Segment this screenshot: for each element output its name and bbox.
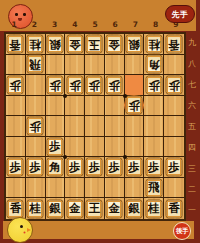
square[interactable]: 桂 bbox=[144, 198, 164, 219]
square[interactable] bbox=[65, 137, 85, 158]
file-label: 5 bbox=[85, 19, 105, 30]
file-label: 6 bbox=[105, 19, 125, 30]
square[interactable]: 歩 bbox=[85, 157, 105, 178]
square[interactable] bbox=[6, 178, 26, 199]
shogi-piece[interactable]: 角 bbox=[46, 158, 63, 177]
shogi-piece[interactable]: 金 bbox=[66, 199, 83, 218]
square[interactable] bbox=[46, 96, 66, 117]
square[interactable]: 歩 bbox=[164, 157, 184, 178]
square[interactable] bbox=[125, 116, 145, 137]
square[interactable]: 香 bbox=[164, 198, 184, 219]
square[interactable]: 歩 bbox=[65, 157, 85, 178]
shogi-piece[interactable]: 歩 bbox=[145, 75, 162, 94]
square[interactable]: 桂 bbox=[26, 198, 46, 219]
square[interactable] bbox=[65, 96, 85, 117]
rank-labels: 九八七六五四三二一 bbox=[188, 32, 200, 221]
shogi-piece[interactable]: 王 bbox=[86, 199, 103, 218]
square[interactable] bbox=[125, 75, 145, 96]
square[interactable]: 歩 bbox=[144, 75, 164, 96]
square[interactable]: 金 bbox=[65, 198, 85, 219]
shogi-piece[interactable]: 銀 bbox=[46, 34, 63, 53]
file-label: 4 bbox=[65, 19, 85, 30]
square[interactable]: 歩 bbox=[125, 96, 145, 117]
square[interactable]: 歩 bbox=[6, 75, 26, 96]
square[interactable]: 銀 bbox=[125, 34, 145, 55]
file-label: 3 bbox=[44, 19, 64, 30]
square[interactable] bbox=[65, 55, 85, 76]
shogi-piece[interactable]: 香 bbox=[166, 199, 183, 218]
square[interactable] bbox=[105, 116, 125, 137]
square[interactable] bbox=[26, 178, 46, 199]
shogi-piece[interactable]: 桂 bbox=[145, 34, 162, 53]
shogi-piece[interactable]: 歩 bbox=[27, 116, 44, 135]
square[interactable] bbox=[6, 55, 26, 76]
square[interactable] bbox=[125, 178, 145, 199]
shogi-piece[interactable]: 金 bbox=[66, 34, 83, 53]
shogi-piece[interactable]: 歩 bbox=[46, 137, 63, 156]
star-point bbox=[63, 155, 67, 159]
square[interactable]: 歩 bbox=[6, 157, 26, 178]
square[interactable] bbox=[6, 137, 26, 158]
file-label: 7 bbox=[125, 19, 145, 30]
shogi-piece[interactable]: 桂 bbox=[145, 199, 162, 218]
shogi-piece[interactable]: 歩 bbox=[86, 75, 103, 94]
rank-label: 五 bbox=[188, 116, 200, 137]
square[interactable]: 飛 bbox=[26, 55, 46, 76]
square[interactable]: 金 bbox=[105, 34, 125, 55]
square[interactable]: 銀 bbox=[125, 198, 145, 219]
square[interactable] bbox=[164, 137, 184, 158]
shogi-board[interactable]: 香桂銀金玉金銀桂香飛角歩歩歩歩歩歩歩歩歩歩歩歩角歩歩歩歩歩歩飛香桂銀金王金銀桂香 bbox=[4, 32, 186, 221]
square[interactable]: 歩 bbox=[125, 157, 145, 178]
square[interactable]: 歩 bbox=[65, 75, 85, 96]
star-point bbox=[123, 94, 127, 98]
square[interactable]: 角 bbox=[144, 55, 164, 76]
square[interactable] bbox=[105, 96, 125, 117]
square[interactable] bbox=[65, 116, 85, 137]
shogi-piece[interactable]: 飛 bbox=[27, 55, 44, 74]
square[interactable]: 桂 bbox=[26, 34, 46, 55]
shogi-piece[interactable]: 歩 bbox=[66, 158, 83, 177]
rank-label: 八 bbox=[188, 53, 200, 74]
shogi-piece[interactable]: 銀 bbox=[126, 199, 143, 218]
square[interactable] bbox=[144, 137, 164, 158]
rank-label: 四 bbox=[188, 137, 200, 158]
rank-label: 一 bbox=[188, 200, 200, 221]
square[interactable] bbox=[26, 75, 46, 96]
sente-badge: 先手 bbox=[165, 5, 195, 23]
square[interactable] bbox=[105, 178, 125, 199]
square[interactable] bbox=[85, 55, 105, 76]
rank-label: 七 bbox=[188, 74, 200, 95]
square[interactable] bbox=[125, 137, 145, 158]
square[interactable] bbox=[164, 116, 184, 137]
shogi-piece[interactable]: 歩 bbox=[166, 75, 183, 94]
square[interactable]: 歩 bbox=[46, 137, 66, 158]
shogi-piece[interactable]: 飛 bbox=[145, 178, 162, 197]
square[interactable]: 金 bbox=[105, 198, 125, 219]
shogi-piece[interactable]: 歩 bbox=[7, 75, 24, 94]
square[interactable] bbox=[65, 178, 85, 199]
square[interactable]: 歩 bbox=[105, 75, 125, 96]
shogi-piece[interactable]: 歩 bbox=[126, 158, 143, 177]
square[interactable]: 歩 bbox=[85, 75, 105, 96]
square[interactable] bbox=[85, 137, 105, 158]
square[interactable] bbox=[144, 116, 164, 137]
square[interactable] bbox=[6, 116, 26, 137]
shogi-piece[interactable]: 歩 bbox=[86, 158, 103, 177]
shogi-piece[interactable]: 香 bbox=[7, 199, 24, 218]
square[interactable] bbox=[85, 178, 105, 199]
square[interactable] bbox=[85, 116, 105, 137]
shogi-piece[interactable]: 銀 bbox=[46, 199, 63, 218]
square[interactable]: 銀 bbox=[46, 34, 66, 55]
shogi-piece[interactable]: 歩 bbox=[46, 75, 63, 94]
square[interactable] bbox=[26, 137, 46, 158]
star-point bbox=[123, 155, 127, 159]
shogi-piece[interactable]: 歩 bbox=[66, 75, 83, 94]
star-point bbox=[63, 94, 67, 98]
shogi-piece[interactable]: 歩 bbox=[126, 96, 143, 115]
square[interactable] bbox=[85, 96, 105, 117]
shogi-piece[interactable]: 桂 bbox=[27, 34, 44, 53]
shogi-piece[interactable]: 角 bbox=[145, 55, 162, 74]
square[interactable] bbox=[164, 178, 184, 199]
file-labels: 123456789 bbox=[4, 19, 186, 30]
shogi-piece[interactable]: 桂 bbox=[27, 199, 44, 218]
square[interactable] bbox=[144, 96, 164, 117]
square[interactable] bbox=[164, 96, 184, 117]
square[interactable] bbox=[105, 137, 125, 158]
shogi-piece[interactable]: 歩 bbox=[7, 158, 24, 177]
rank-label: 二 bbox=[188, 179, 200, 200]
shogi-piece[interactable]: 歩 bbox=[27, 158, 44, 177]
square[interactable] bbox=[6, 96, 26, 117]
shogi-piece[interactable]: 香 bbox=[166, 34, 183, 53]
shogi-piece[interactable]: 香 bbox=[7, 34, 24, 53]
square[interactable]: 歩 bbox=[26, 116, 46, 137]
shogi-piece[interactable]: 歩 bbox=[145, 158, 162, 177]
square[interactable]: 玉 bbox=[85, 34, 105, 55]
shogi-piece[interactable]: 歩 bbox=[166, 158, 183, 177]
shogi-piece[interactable]: 金 bbox=[106, 199, 123, 218]
gote-badge: 後手 bbox=[173, 222, 191, 240]
square[interactable]: 香 bbox=[6, 198, 26, 219]
square[interactable]: 角 bbox=[46, 157, 66, 178]
shogi-app-window: 先手 123456789 九八七六五四三二一 香桂銀金玉金銀桂香飛角歩歩歩歩歩歩… bbox=[0, 0, 200, 243]
square[interactable] bbox=[105, 55, 125, 76]
rank-label: 六 bbox=[188, 95, 200, 116]
shogi-piece[interactable]: 玉 bbox=[86, 34, 103, 53]
square[interactable]: 歩 bbox=[105, 157, 125, 178]
rank-label: 九 bbox=[188, 32, 200, 53]
square[interactable] bbox=[46, 55, 66, 76]
square[interactable]: 王 bbox=[85, 198, 105, 219]
file-label: 8 bbox=[146, 19, 166, 30]
square[interactable] bbox=[125, 55, 145, 76]
square[interactable]: 歩 bbox=[26, 157, 46, 178]
shogi-piece[interactable]: 銀 bbox=[126, 34, 143, 53]
bottom-player-avatar-icon bbox=[7, 217, 33, 243]
square[interactable]: 歩 bbox=[164, 75, 184, 96]
square[interactable]: 歩 bbox=[46, 75, 66, 96]
square[interactable] bbox=[26, 96, 46, 117]
square[interactable]: 香 bbox=[164, 34, 184, 55]
file-label: 1 bbox=[4, 19, 24, 30]
square[interactable]: 香 bbox=[6, 34, 26, 55]
square[interactable] bbox=[164, 55, 184, 76]
file-label: 2 bbox=[24, 19, 44, 30]
rank-label: 三 bbox=[188, 158, 200, 179]
square[interactable]: 歩 bbox=[144, 157, 164, 178]
shogi-piece[interactable]: 歩 bbox=[106, 75, 123, 94]
shogi-piece[interactable]: 金 bbox=[106, 34, 123, 53]
square[interactable] bbox=[46, 178, 66, 199]
square[interactable] bbox=[46, 116, 66, 137]
square[interactable]: 金 bbox=[65, 34, 85, 55]
square[interactable]: 桂 bbox=[144, 34, 164, 55]
shogi-piece[interactable]: 歩 bbox=[106, 158, 123, 177]
square[interactable]: 銀 bbox=[46, 198, 66, 219]
square[interactable]: 飛 bbox=[144, 178, 164, 199]
